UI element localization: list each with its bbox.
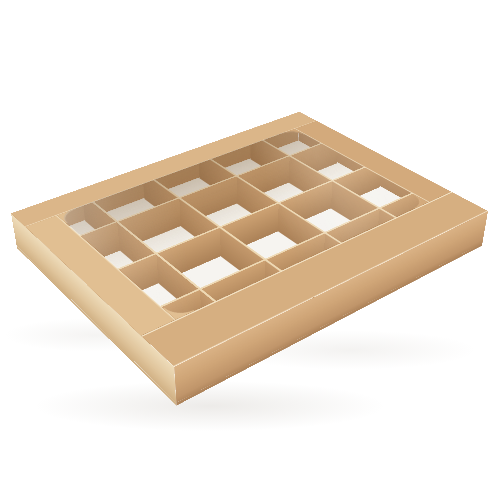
product-photo xyxy=(0,0,500,500)
